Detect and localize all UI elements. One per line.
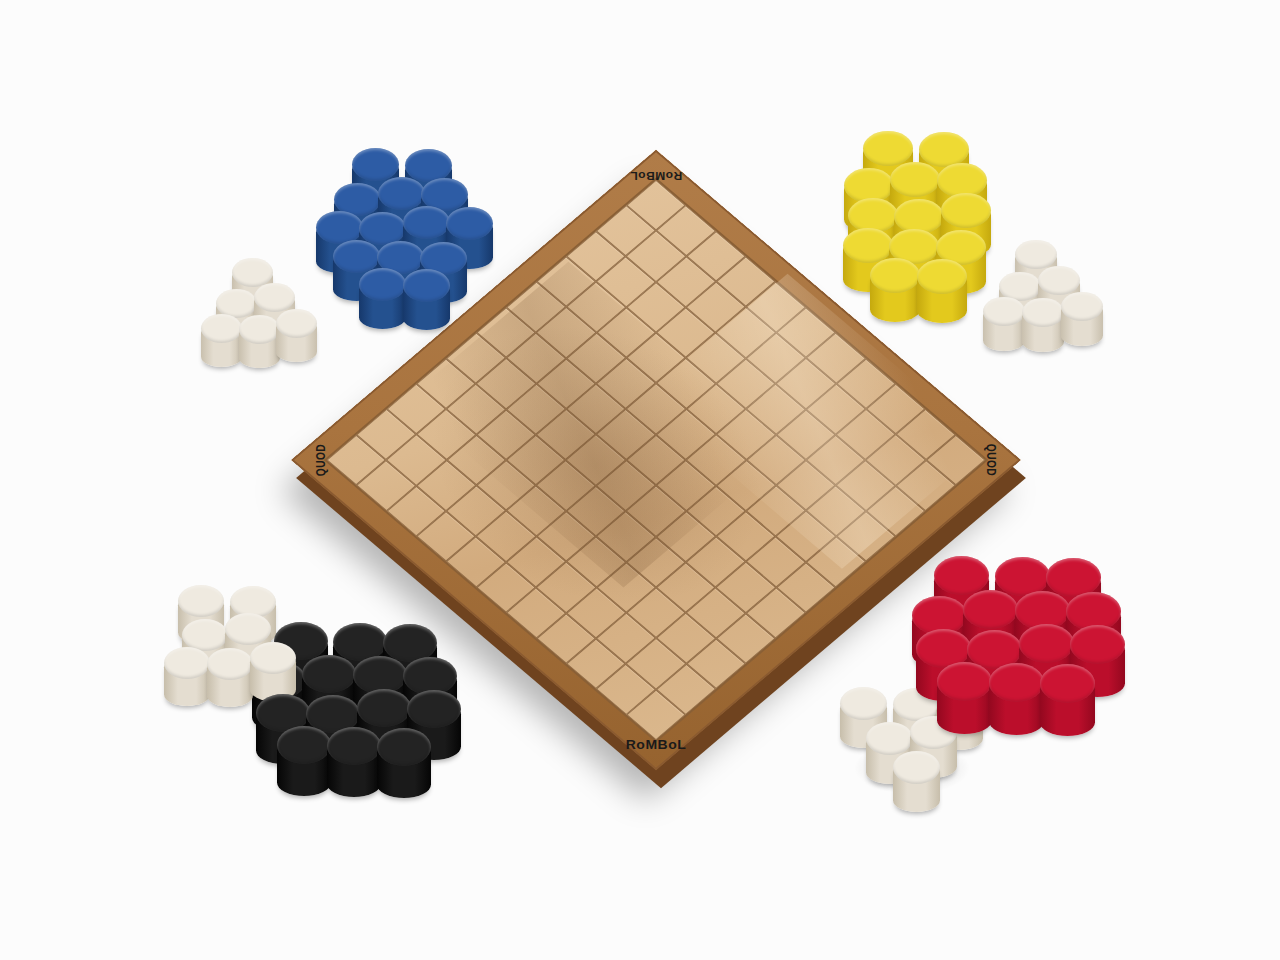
piece-top [250,642,296,674]
piece-top [403,269,450,302]
piece-top [377,728,431,766]
piece-top [357,689,411,727]
piece-top [1019,624,1074,663]
black-piece[interactable] [277,726,331,796]
white-piece[interactable] [164,647,210,707]
piece-top [1022,298,1064,327]
piece-top [893,751,940,784]
piece-top [407,690,461,728]
piece-top [963,590,1018,629]
piece-top [934,556,989,595]
red-piece[interactable] [1040,664,1095,736]
white-piece[interactable] [239,315,280,368]
white-piece[interactable] [893,751,940,812]
piece-top [201,314,242,343]
blue-piece[interactable] [359,268,406,329]
piece-top [1070,625,1125,664]
white-piece[interactable] [983,297,1025,352]
piece-top [225,613,271,645]
white-piece[interactable] [1022,298,1064,353]
black-piece[interactable] [327,727,381,797]
white-piece[interactable] [207,648,253,708]
white-piece[interactable] [250,642,296,702]
red-piece[interactable] [989,663,1044,735]
piece-top [870,258,920,293]
piece-top [327,727,381,765]
white-piece[interactable] [201,314,242,367]
yellow-piece[interactable] [870,258,920,323]
white-piece[interactable] [1061,292,1103,347]
piece-top [276,309,317,338]
piece-top [890,162,940,197]
yellow-piece[interactable] [917,259,967,324]
piece-top [989,663,1044,702]
piece-top [983,297,1025,326]
piece-top [239,315,280,344]
piece-top [941,193,991,228]
red-piece[interactable] [937,662,992,734]
white-piece[interactable] [276,309,317,362]
piece-top [840,687,887,720]
blue-piece[interactable] [403,269,450,330]
piece-top [378,177,425,210]
piece-top [207,648,253,680]
piece-top [359,268,406,301]
piece-top [1038,266,1080,295]
black-piece[interactable] [377,728,431,798]
photo-stage: RoMBoL QUOD RoMBoL QUOD [0,0,1280,960]
piece-top [863,131,913,166]
piece-top [164,647,210,679]
piece-top [1040,664,1095,703]
piece-top [917,259,967,294]
piece-top [277,726,331,764]
piece-top [937,662,992,701]
piece-top [1061,292,1103,321]
piece-top [178,585,224,617]
